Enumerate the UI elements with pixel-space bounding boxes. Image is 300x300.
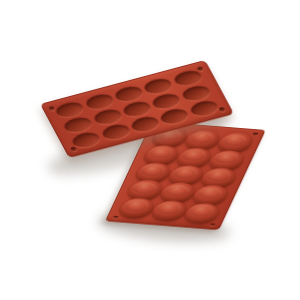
corner-hole — [210, 223, 216, 226]
corner-hole — [70, 147, 77, 152]
mold-bump — [181, 202, 222, 225]
mold-cavity — [143, 77, 175, 96]
corner-hole — [252, 132, 258, 135]
mold-cavity — [100, 122, 132, 141]
product-photo — [0, 0, 300, 300]
mold-cavity — [151, 92, 183, 111]
mold-cavity — [129, 114, 161, 133]
corner-hole — [197, 66, 204, 71]
mold-cavity — [158, 106, 190, 125]
mold-bump — [148, 199, 189, 222]
mold-cavity — [121, 99, 153, 118]
mold-cavity — [180, 84, 212, 103]
mold-cavity — [70, 130, 102, 149]
corner-hole — [113, 216, 119, 219]
corner-hole — [48, 106, 55, 111]
mold-bump — [116, 197, 157, 220]
mold-cavity — [62, 115, 94, 134]
mold-cavity — [188, 99, 220, 118]
corner-hole — [219, 107, 226, 112]
mold-cavity — [92, 107, 124, 126]
